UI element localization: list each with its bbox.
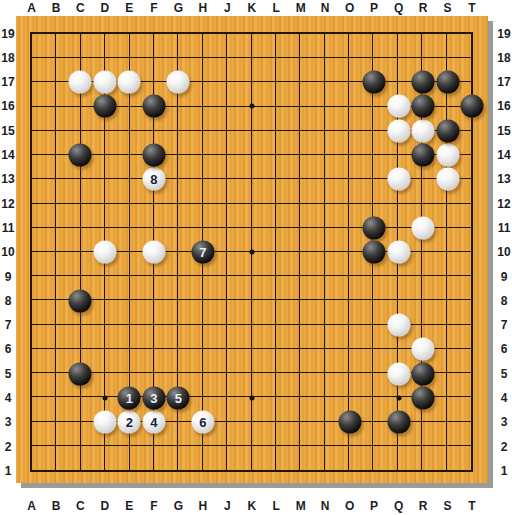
grid-cell [130,300,154,324]
column-label-bottom-c: C [68,498,92,514]
grid-cell [300,179,324,203]
column-label-bottom-p: P [362,498,386,514]
grid-cell [56,179,80,203]
row-label-left-15: 15 [0,123,16,139]
grid-cell [325,155,349,179]
grid-cell [32,204,56,228]
grid-cell [32,34,56,58]
grid-cell [349,155,373,179]
grid-cell [32,325,56,349]
grid-cell [203,58,227,82]
grid-cell [276,58,300,82]
grid-cell [227,107,251,131]
hoshi-point-d4 [102,396,107,401]
grid-cell [349,373,373,397]
black-stone-r17 [412,71,435,94]
grid-cell [252,58,276,82]
board[interactable]: 82467135 [16,16,488,483]
column-label-bottom-n: N [313,498,337,514]
grid-cell [252,276,276,300]
grid-cell [300,155,324,179]
column-label-top-d: D [93,0,117,16]
black-stone-s15 [436,119,459,142]
grid-cell [325,179,349,203]
black-stone-e4: 1 [118,387,141,410]
black-stone-f4: 3 [142,387,165,410]
grid-cell [325,82,349,106]
grid-cell [227,34,251,58]
white-stone-r11 [412,216,435,239]
column-label-top-g: G [166,0,190,16]
row-label-left-11: 11 [0,220,16,236]
white-stone-f13: 8 [142,168,165,191]
row-label-left-2: 2 [0,439,16,455]
column-label-top-p: P [362,0,386,16]
grid-cell [130,446,154,470]
white-stone-q16 [387,95,410,118]
column-label-top-s: S [436,0,460,16]
grid-cell [81,446,105,470]
grid-cell [252,131,276,155]
grid-cell [276,204,300,228]
grid-cell [422,276,446,300]
column-label-bottom-f: F [142,498,166,514]
hoshi-point-k16 [249,104,254,109]
grid-cell [252,252,276,276]
row-label-left-9: 9 [0,269,16,285]
grid-cell [300,34,324,58]
grid-cell [349,34,373,58]
grid-cell [227,446,251,470]
black-stone-p17 [363,71,386,94]
grid-cell [203,107,227,131]
grid-cell [32,349,56,373]
grid-cell [276,131,300,155]
white-stone-s14 [436,144,459,167]
row-label-left-17: 17 [0,74,16,90]
grid-cell [32,179,56,203]
grid-cell [32,82,56,106]
grid-cell [325,58,349,82]
grid-cell [227,252,251,276]
grid-cell [32,228,56,252]
grid-cell [154,446,178,470]
black-stone-r16 [412,95,435,118]
grid-cell [105,349,129,373]
row-label-right-16: 16 [496,98,512,114]
grid-cell [373,446,397,470]
grid-cell [178,179,202,203]
grid-cell [252,179,276,203]
grid-cell [81,34,105,58]
column-label-top-e: E [117,0,141,16]
column-label-top-t: T [460,0,484,16]
grid-cell [300,397,324,421]
column-label-bottom-o: O [338,498,362,514]
grid-cell [252,155,276,179]
grid-cell [447,349,471,373]
grid-cell [300,349,324,373]
grid-cell [105,179,129,203]
column-label-top-r: R [411,0,435,16]
grid-cell [422,252,446,276]
white-stone-r15 [412,119,435,142]
grid-cell [300,204,324,228]
grid-cell [227,349,251,373]
grid-cell [56,204,80,228]
grid-cell [252,349,276,373]
grid-cell [373,276,397,300]
grid-cell [178,131,202,155]
grid-cell [447,422,471,446]
grid-cell [227,204,251,228]
grid-cell [252,228,276,252]
grid-cell [276,82,300,106]
grid-cell [325,228,349,252]
white-stone-g17 [167,71,190,94]
black-stone-r14 [412,144,435,167]
grid-cell [227,397,251,421]
row-label-left-5: 5 [0,366,16,382]
row-label-right-10: 10 [496,244,512,260]
grid-cell [276,422,300,446]
grid-cell [300,300,324,324]
column-label-top-m: M [289,0,313,16]
move-number-label: 5 [175,392,182,405]
grid-cell [276,34,300,58]
row-label-right-8: 8 [496,293,512,309]
column-label-top-l: L [264,0,288,16]
white-stone-e3: 2 [118,411,141,434]
white-stone-d3 [93,411,116,434]
grid-cell [349,300,373,324]
column-label-top-k: K [240,0,264,16]
black-stone-t16 [460,95,483,118]
grid-cell [105,446,129,470]
grid-cell [227,276,251,300]
grid-cell [300,58,324,82]
grid-cell [325,107,349,131]
grid-cell [227,155,251,179]
black-stone-p11 [363,216,386,239]
white-stone-q15 [387,119,410,142]
grid-cell [32,131,56,155]
grid-cell [252,34,276,58]
grid-cell [32,155,56,179]
grid-cell [105,131,129,155]
move-number-label: 8 [150,173,157,186]
grid-cell [349,179,373,203]
row-label-right-12: 12 [496,196,512,212]
row-label-left-18: 18 [0,50,16,66]
grid-cell [56,252,80,276]
row-label-right-6: 6 [496,341,512,357]
grid-cell [300,131,324,155]
move-number-label: 2 [126,416,133,429]
grid-cell [325,276,349,300]
grid-cell [300,373,324,397]
grid-cell [227,131,251,155]
row-label-right-9: 9 [496,269,512,285]
grid-cell [300,228,324,252]
grid-cell [349,446,373,470]
white-stone-q13 [387,168,410,191]
row-label-left-3: 3 [0,414,16,430]
grid-cell [252,422,276,446]
grid-cell [447,300,471,324]
grid-cell [203,325,227,349]
move-number-label: 3 [150,392,157,405]
grid-cell [105,34,129,58]
grid-cell [178,34,202,58]
column-label-top-b: B [44,0,68,16]
white-stone-r6 [412,338,435,361]
black-stone-c14 [69,144,92,167]
row-label-right-5: 5 [496,366,512,382]
grid-cell [32,446,56,470]
grid-cell [349,131,373,155]
column-label-bottom-k: K [240,498,264,514]
row-label-left-7: 7 [0,317,16,333]
row-label-right-17: 17 [496,74,512,90]
column-label-bottom-s: S [436,498,460,514]
grid-cell [276,155,300,179]
grid-cell [276,373,300,397]
grid-cell [447,446,471,470]
grid-cell [447,204,471,228]
hoshi-point-k4 [249,396,254,401]
white-stone-s13 [436,168,459,191]
column-label-bottom-h: H [191,498,215,514]
grid-cell [447,397,471,421]
grid-cell [203,204,227,228]
grid-cell [105,300,129,324]
grid-cell [325,252,349,276]
grid-cell [276,228,300,252]
row-label-left-13: 13 [0,171,16,187]
column-label-bottom-m: M [289,498,313,514]
column-label-bottom-g: G [166,498,190,514]
black-stone-o3 [338,411,361,434]
grid-cell [276,397,300,421]
grid-cell [300,252,324,276]
row-label-left-16: 16 [0,98,16,114]
grid-cell [349,107,373,131]
row-label-right-3: 3 [496,414,512,430]
grid-cell [32,107,56,131]
grid-cell [252,446,276,470]
grid-cell [178,300,202,324]
row-label-left-8: 8 [0,293,16,309]
row-label-right-15: 15 [496,123,512,139]
grid-cell [447,325,471,349]
grid-cell [56,34,80,58]
grid-cell [227,373,251,397]
grid-cell [154,349,178,373]
grid-cell [349,349,373,373]
grid-cell [56,107,80,131]
row-label-left-4: 4 [0,390,16,406]
grid-cell [227,58,251,82]
go-board-page: ABCDEFGHJKLMNOPQRST ABCDEFGHJKLMNOPQRST … [0,0,512,515]
black-stone-c5 [69,362,92,385]
grid-cell [422,446,446,470]
column-label-top-q: Q [387,0,411,16]
row-label-right-1: 1 [496,463,512,479]
grid-cell [81,204,105,228]
grid-cell [325,204,349,228]
row-label-right-11: 11 [496,220,512,236]
grid-cell [203,373,227,397]
grid-cell [252,107,276,131]
grid-cell [203,446,227,470]
grid-cell [300,107,324,131]
grid-cell [178,204,202,228]
black-stone-s17 [436,71,459,94]
grid-cell [422,34,446,58]
grid-cell [349,276,373,300]
column-label-bottom-r: R [411,498,435,514]
column-label-bottom-a: A [20,498,44,514]
row-label-left-1: 1 [0,463,16,479]
grid-cell [178,155,202,179]
grid-cell [398,276,422,300]
move-number-label: 6 [199,416,206,429]
hoshi-point-k10 [249,250,254,255]
black-stone-p10 [363,241,386,264]
grid-cell [325,349,349,373]
grid-cell [276,349,300,373]
row-label-right-19: 19 [496,26,512,42]
grid-cell [32,58,56,82]
grid-cell [203,34,227,58]
column-label-bottom-d: D [93,498,117,514]
white-stone-e17 [118,71,141,94]
grid-cell [227,179,251,203]
grid-cell [252,373,276,397]
grid-cell [105,204,129,228]
hoshi-point-q4 [396,396,401,401]
grid-cell [398,34,422,58]
grid-cell [130,349,154,373]
grid-cell [276,107,300,131]
white-stone-h3: 6 [191,411,214,434]
row-label-left-12: 12 [0,196,16,212]
column-label-bottom-e: E [117,498,141,514]
grid-cell [56,325,80,349]
row-label-left-14: 14 [0,147,16,163]
row-label-right-14: 14 [496,147,512,163]
row-label-left-6: 6 [0,341,16,357]
column-label-top-n: N [313,0,337,16]
grid-cell [81,325,105,349]
grid-cell [154,204,178,228]
grid-cell [203,276,227,300]
column-label-top-a: A [20,0,44,16]
black-stone-h10: 7 [191,241,214,264]
grid-cell [252,397,276,421]
white-stone-f10 [142,241,165,264]
grid-cell [203,155,227,179]
grid-cell [349,325,373,349]
column-label-top-h: H [191,0,215,16]
move-number-label: 4 [150,416,157,429]
white-stone-c17 [69,71,92,94]
grid-cell [56,446,80,470]
grid-cell [105,325,129,349]
grid-cell [178,349,202,373]
grid-cell [105,276,129,300]
grid-cell [325,131,349,155]
row-label-right-18: 18 [496,50,512,66]
grid-cell [227,422,251,446]
grid-cell [325,300,349,324]
black-stone-f16 [142,95,165,118]
column-label-bottom-j: J [215,498,239,514]
white-stone-q5 [387,362,410,385]
grid-cell [178,325,202,349]
grid-cell [276,446,300,470]
white-stone-d10 [93,241,116,264]
column-label-bottom-q: Q [387,498,411,514]
grid-cell [227,82,251,106]
column-label-bottom-t: T [460,498,484,514]
grid-cell [276,300,300,324]
grid-cell [325,446,349,470]
grid-cell [203,300,227,324]
white-stone-f3: 4 [142,411,165,434]
grid-cell [252,325,276,349]
grid-cell [325,34,349,58]
grid-cell [300,422,324,446]
grid-cell [276,276,300,300]
white-stone-q10 [387,241,410,264]
grid-cell [32,373,56,397]
grid-cell [447,252,471,276]
grid-cell [32,397,56,421]
grid-cell [227,228,251,252]
grid-cell [447,373,471,397]
white-stone-q7 [387,314,410,337]
grid-cell [203,131,227,155]
grid-cell [130,34,154,58]
grid-cell [81,179,105,203]
grid-cell [276,179,300,203]
column-label-top-c: C [68,0,92,16]
black-stone-r4 [412,387,435,410]
grid-cell [154,276,178,300]
column-label-bottom-l: L [264,498,288,514]
black-stone-c8 [69,289,92,312]
grid-cell [300,325,324,349]
row-label-left-19: 19 [0,26,16,42]
column-label-top-o: O [338,0,362,16]
grid-cell [227,325,251,349]
grid-cell [56,228,80,252]
grid-cell [32,252,56,276]
black-stone-d16 [93,95,116,118]
black-stone-f14 [142,144,165,167]
grid-cell [447,34,471,58]
column-label-top-j: J [215,0,239,16]
move-number-label: 1 [126,392,133,405]
grid-cell [325,373,349,397]
grid-cell [252,300,276,324]
grid-cell [300,276,324,300]
grid-cell [422,300,446,324]
black-stone-g4: 5 [167,387,190,410]
grid-cell [252,204,276,228]
